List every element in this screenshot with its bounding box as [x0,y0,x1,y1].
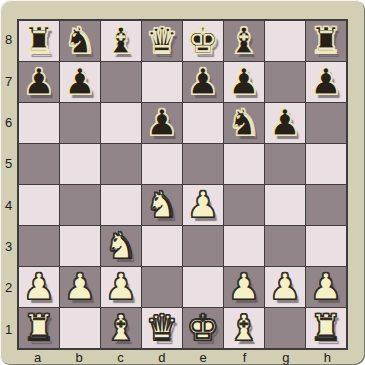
square-c8[interactable]: ♝ [101,21,141,61]
square-a7[interactable]: ♟ [19,62,59,102]
white-pawn[interactable]: ♟ [64,269,96,305]
square-b6[interactable] [60,103,100,143]
square-f5[interactable] [224,144,264,184]
square-a3[interactable] [19,226,59,266]
square-d5[interactable] [142,144,182,184]
white-pawn[interactable]: ♟ [269,269,301,305]
square-g4[interactable] [265,185,305,225]
file-label-b: b [58,350,99,365]
white-bishop[interactable]: ♝ [228,310,260,346]
file-label-d: d [141,350,182,365]
square-c2[interactable]: ♟ [101,267,141,307]
rank-label-7: 7 [0,60,17,101]
rank-labels: 87654321 [0,19,17,350]
rank-label-3: 3 [0,226,17,267]
black-rook[interactable]: ♜ [23,23,55,59]
square-g5[interactable] [265,144,305,184]
square-b2[interactable]: ♟ [60,267,100,307]
black-pawn[interactable]: ♟ [228,64,260,100]
square-c5[interactable] [101,144,141,184]
square-b1[interactable] [60,308,100,348]
square-e8[interactable]: ♚ [183,21,223,61]
square-a1[interactable]: ♜ [19,308,59,348]
file-labels: abcdefgh [17,350,348,365]
square-e2[interactable] [183,267,223,307]
file-label-f: f [224,350,265,365]
white-pawn[interactable]: ♟ [105,269,137,305]
white-bishop[interactable]: ♝ [105,310,137,346]
square-e4[interactable]: ♟ [183,185,223,225]
square-a2[interactable]: ♟ [19,267,59,307]
square-f7[interactable]: ♟ [224,62,264,102]
square-d4[interactable]: ♞ [142,185,182,225]
white-pawn[interactable]: ♟ [187,187,219,223]
square-b8[interactable]: ♞ [60,21,100,61]
file-label-g: g [265,350,306,365]
file-label-c: c [100,350,141,365]
square-g1[interactable] [265,308,305,348]
square-f1[interactable]: ♝ [224,308,264,348]
square-f6[interactable]: ♞ [224,103,264,143]
white-rook[interactable]: ♜ [310,310,342,346]
square-f2[interactable]: ♟ [224,267,264,307]
black-knight[interactable]: ♞ [228,105,260,141]
white-knight[interactable]: ♞ [146,187,178,223]
board-panel: 87654321 ♜♞♝♛♚♝♜♟♟♟♟♟♟♞♟♞♟♞♟♟♟♟♟♟♜♝♛♚♝♜ … [0,0,365,365]
square-a5[interactable] [19,144,59,184]
square-h8[interactable]: ♜ [306,21,346,61]
square-d7[interactable] [142,62,182,102]
square-f4[interactable] [224,185,264,225]
square-h6[interactable] [306,103,346,143]
square-e3[interactable] [183,226,223,266]
square-e5[interactable] [183,144,223,184]
rank-label-1: 1 [0,309,17,350]
rank-label-2: 2 [0,267,17,308]
square-g2[interactable]: ♟ [265,267,305,307]
square-e1[interactable]: ♚ [183,308,223,348]
square-c1[interactable]: ♝ [101,308,141,348]
square-g7[interactable] [265,62,305,102]
rank-label-5: 5 [0,143,17,184]
square-g6[interactable]: ♟ [265,103,305,143]
square-h1[interactable]: ♜ [306,308,346,348]
square-c7[interactable] [101,62,141,102]
square-a8[interactable]: ♜ [19,21,59,61]
black-pawn[interactable]: ♟ [187,64,219,100]
square-b5[interactable] [60,144,100,184]
rank-label-4: 4 [0,185,17,226]
square-h2[interactable]: ♟ [306,267,346,307]
square-g3[interactable] [265,226,305,266]
square-d8[interactable]: ♛ [142,21,182,61]
black-king[interactable]: ♚ [187,23,219,59]
white-rook[interactable]: ♜ [23,310,55,346]
square-c6[interactable] [101,103,141,143]
square-h3[interactable] [306,226,346,266]
square-b4[interactable] [60,185,100,225]
rank-label-8: 8 [0,19,17,60]
square-d2[interactable] [142,267,182,307]
black-pawn[interactable]: ♟ [146,105,178,141]
square-f3[interactable] [224,226,264,266]
black-bishop[interactable]: ♝ [105,23,137,59]
chess-board: ♜♞♝♛♚♝♜♟♟♟♟♟♟♞♟♞♟♞♟♟♟♟♟♟♜♝♛♚♝♜ [17,19,348,350]
square-d1[interactable]: ♛ [142,308,182,348]
square-a6[interactable] [19,103,59,143]
square-b3[interactable] [60,226,100,266]
white-pawn[interactable]: ♟ [228,269,260,305]
file-label-h: h [307,350,348,365]
square-h7[interactable]: ♟ [306,62,346,102]
square-c4[interactable] [101,185,141,225]
white-knight[interactable]: ♞ [105,228,137,264]
white-pawn[interactable]: ♟ [23,269,55,305]
square-e7[interactable]: ♟ [183,62,223,102]
square-h4[interactable] [306,185,346,225]
square-g8[interactable] [265,21,305,61]
square-h5[interactable] [306,144,346,184]
white-queen[interactable]: ♛ [146,310,178,346]
rank-label-6: 6 [0,102,17,143]
black-pawn[interactable]: ♟ [64,64,96,100]
square-a4[interactable] [19,185,59,225]
white-pawn[interactable]: ♟ [310,269,342,305]
black-knight[interactable]: ♞ [64,23,96,59]
white-king[interactable]: ♚ [187,310,219,346]
black-pawn[interactable]: ♟ [23,64,55,100]
file-label-a: a [17,350,58,365]
square-e6[interactable] [183,103,223,143]
square-c3[interactable]: ♞ [101,226,141,266]
square-f8[interactable]: ♝ [224,21,264,61]
file-label-e: e [183,350,224,365]
square-d6[interactable]: ♟ [142,103,182,143]
black-pawn[interactable]: ♟ [310,64,342,100]
square-b7[interactable]: ♟ [60,62,100,102]
black-rook[interactable]: ♜ [310,23,342,59]
black-queen[interactable]: ♛ [146,23,178,59]
black-bishop[interactable]: ♝ [228,23,260,59]
black-pawn[interactable]: ♟ [269,105,301,141]
square-d3[interactable] [142,226,182,266]
